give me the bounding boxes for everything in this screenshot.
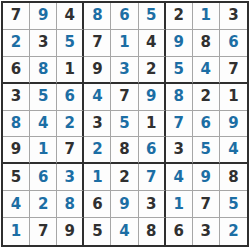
given-digit: 5 <box>11 170 21 185</box>
sudoku-cell-r8c3[interactable]: 8 <box>57 191 84 218</box>
filled-digit: 1 <box>92 170 102 185</box>
given-digit: 5 <box>92 224 102 239</box>
sudoku-cell-r8c1[interactable]: 4 <box>3 191 30 218</box>
sudoku-cell-r2c9[interactable]: 6 <box>220 30 247 57</box>
given-digit: 3 <box>228 8 238 23</box>
sudoku-cell-r4c1[interactable]: 3 <box>3 84 30 111</box>
given-digit: 7 <box>11 8 21 23</box>
sudoku-cell-r8c9[interactable]: 5 <box>220 191 247 218</box>
sudoku-cell-r5c8[interactable]: 6 <box>193 111 220 138</box>
filled-digit: 4 <box>228 142 238 157</box>
filled-digit: 9 <box>201 170 211 185</box>
sudoku-cell-r7c5[interactable]: 2 <box>111 164 138 191</box>
sudoku-cell-r3c2[interactable]: 8 <box>30 57 57 84</box>
sudoku-cell-r2c1[interactable]: 2 <box>3 30 30 57</box>
sudoku-cell-r6c7[interactable]: 3 <box>166 137 193 164</box>
given-digit: 9 <box>92 62 102 77</box>
filled-digit: 4 <box>11 197 21 212</box>
filled-digit: 4 <box>201 62 211 77</box>
filled-digit: 6 <box>65 89 75 104</box>
sudoku-board-wrapper: 7948652132357149866819325473564798218423… <box>0 0 250 248</box>
given-digit: 7 <box>201 197 211 212</box>
given-digit: 7 <box>92 35 102 50</box>
given-digit: 1 <box>228 89 238 104</box>
filled-digit: 8 <box>65 197 75 212</box>
filled-digit: 8 <box>92 8 102 23</box>
sudoku-cell-r8c7[interactable]: 1 <box>166 191 193 218</box>
given-digit: 9 <box>11 142 21 157</box>
sudoku-cell-r8c4[interactable]: 6 <box>84 191 111 218</box>
given-digit: 8 <box>201 35 211 50</box>
sudoku-cell-r2c6[interactable]: 4 <box>139 30 166 57</box>
sudoku-cell-r9c4[interactable]: 5 <box>84 218 111 245</box>
sudoku-cell-r8c2[interactable]: 2 <box>30 191 57 218</box>
given-digit: 6 <box>173 224 183 239</box>
sudoku-cell-r5c6[interactable]: 1 <box>139 111 166 138</box>
sudoku-cell-r3c3[interactable]: 1 <box>57 57 84 84</box>
filled-digit: 9 <box>38 8 48 23</box>
sudoku-cell-r9c5[interactable]: 4 <box>111 218 138 245</box>
sudoku-cell-r7c8[interactable]: 9 <box>193 164 220 191</box>
sudoku-board: 7948652132357149866819325473564798218423… <box>1 1 249 247</box>
sudoku-cell-r4c5[interactable]: 7 <box>111 84 138 111</box>
sudoku-cell-r6c8[interactable]: 5 <box>193 137 220 164</box>
sudoku-cell-r9c2[interactable]: 7 <box>30 218 57 245</box>
given-digit: 8 <box>119 142 129 157</box>
sudoku-cell-r5c7[interactable]: 7 <box>166 111 193 138</box>
filled-digit: 1 <box>11 224 21 239</box>
filled-digit: 7 <box>146 170 156 185</box>
filled-digit: 2 <box>38 197 48 212</box>
sudoku-cell-r6c6[interactable]: 6 <box>139 137 166 164</box>
sudoku-cell-r7c2[interactable]: 6 <box>30 164 57 191</box>
given-digit: 2 <box>173 8 183 23</box>
sudoku-cell-r2c3[interactable]: 5 <box>57 30 84 57</box>
given-digit: 9 <box>65 224 75 239</box>
sudoku-cell-r3c4[interactable]: 9 <box>84 57 111 84</box>
sudoku-cell-r6c2[interactable]: 1 <box>30 137 57 164</box>
sudoku-cell-r6c4[interactable]: 2 <box>84 137 111 164</box>
sudoku-cell-r4c8[interactable]: 2 <box>193 84 220 111</box>
sudoku-cell-r2c4[interactable]: 7 <box>84 30 111 57</box>
filled-digit: 8 <box>38 62 48 77</box>
filled-digit: 2 <box>11 35 21 50</box>
filled-digit: 2 <box>228 224 238 239</box>
given-digit: 3 <box>201 224 211 239</box>
filled-digit: 5 <box>146 8 156 23</box>
sudoku-cell-r9c7[interactable]: 6 <box>166 218 193 245</box>
sudoku-cell-r9c8[interactable]: 3 <box>193 218 220 245</box>
given-digit: 2 <box>201 89 211 104</box>
given-digit: 6 <box>11 62 21 77</box>
given-digit: 6 <box>92 197 102 212</box>
sudoku-cell-r1c6[interactable]: 5 <box>139 3 166 30</box>
sudoku-cell-r6c9[interactable]: 4 <box>220 137 247 164</box>
sudoku-cell-r3c7[interactable]: 5 <box>166 57 193 84</box>
sudoku-cell-r5c5[interactable]: 5 <box>111 111 138 138</box>
sudoku-cell-r4c7[interactable]: 8 <box>166 84 193 111</box>
given-digit: 3 <box>38 35 48 50</box>
sudoku-cell-r3c9[interactable]: 7 <box>220 57 247 84</box>
filled-digit: 2 <box>65 116 75 131</box>
given-digit: 7 <box>38 224 48 239</box>
sudoku-cell-r9c1[interactable]: 1 <box>3 218 30 245</box>
given-digit: 3 <box>92 116 102 131</box>
sudoku-cell-r9c3[interactable]: 9 <box>57 218 84 245</box>
sudoku-cell-r1c4[interactable]: 8 <box>84 3 111 30</box>
filled-digit: 5 <box>228 197 238 212</box>
sudoku-cell-r4c4[interactable]: 4 <box>84 84 111 111</box>
sudoku-cell-r1c3[interactable]: 4 <box>57 3 84 30</box>
sudoku-cell-r2c2[interactable]: 3 <box>30 30 57 57</box>
given-digit: 7 <box>119 89 129 104</box>
filled-digit: 9 <box>146 89 156 104</box>
sudoku-cell-r5c4[interactable]: 3 <box>84 111 111 138</box>
filled-digit: 6 <box>119 8 129 23</box>
filled-digit: 1 <box>201 8 211 23</box>
filled-digit: 4 <box>173 170 183 185</box>
filled-digit: 6 <box>228 35 238 50</box>
sudoku-cell-r7c3[interactable]: 3 <box>57 164 84 191</box>
sudoku-cell-r5c9[interactable]: 9 <box>220 111 247 138</box>
filled-digit: 9 <box>228 116 238 131</box>
sudoku-cell-r8c8[interactable]: 7 <box>193 191 220 218</box>
sudoku-cell-r7c6[interactable]: 7 <box>139 164 166 191</box>
sudoku-cell-r6c3[interactable]: 7 <box>57 137 84 164</box>
sudoku-cell-r1c2[interactable]: 9 <box>30 3 57 30</box>
filled-digit: 8 <box>11 116 21 131</box>
given-digit: 3 <box>11 89 21 104</box>
given-digit: 7 <box>228 62 238 77</box>
sudoku-cell-r1c9[interactable]: 3 <box>220 3 247 30</box>
filled-digit: 3 <box>119 62 129 77</box>
sudoku-cell-r4c6[interactable]: 9 <box>139 84 166 111</box>
sudoku-cell-r7c7[interactable]: 4 <box>166 164 193 191</box>
filled-digit: 6 <box>201 116 211 131</box>
given-digit: 1 <box>146 116 156 131</box>
sudoku-cell-r4c9[interactable]: 1 <box>220 84 247 111</box>
filled-digit: 5 <box>38 89 48 104</box>
filled-digit: 6 <box>146 142 156 157</box>
filled-digit: 1 <box>38 142 48 157</box>
sudoku-cell-r1c5[interactable]: 6 <box>111 3 138 30</box>
sudoku-cell-r7c4[interactable]: 1 <box>84 164 111 191</box>
sudoku-cell-r3c6[interactable]: 2 <box>139 57 166 84</box>
sudoku-cell-r9c6[interactable]: 8 <box>139 218 166 245</box>
filled-digit: 1 <box>119 35 129 50</box>
sudoku-cell-r1c7[interactable]: 2 <box>166 3 193 30</box>
sudoku-cell-r6c1[interactable]: 9 <box>3 137 30 164</box>
sudoku-cell-r9c9[interactable]: 2 <box>220 218 247 245</box>
filled-digit: 4 <box>119 224 129 239</box>
given-digit: 3 <box>173 142 183 157</box>
filled-digit: 9 <box>173 35 183 50</box>
sudoku-cell-r1c1[interactable]: 7 <box>3 3 30 30</box>
sudoku-cell-r3c1[interactable]: 6 <box>3 57 30 84</box>
given-digit: 1 <box>65 62 75 77</box>
sudoku-cell-r2c7[interactable]: 9 <box>166 30 193 57</box>
given-digit: 2 <box>119 170 129 185</box>
sudoku-cell-r8c5[interactable]: 9 <box>111 191 138 218</box>
filled-digit: 5 <box>173 62 183 77</box>
filled-digit: 5 <box>119 116 129 131</box>
sudoku-cell-r6c5[interactable]: 8 <box>111 137 138 164</box>
given-digit: 8 <box>228 170 238 185</box>
filled-digit: 1 <box>173 197 183 212</box>
sudoku-cell-r3c8[interactable]: 4 <box>193 57 220 84</box>
sudoku-cell-r5c1[interactable]: 8 <box>3 111 30 138</box>
sudoku-cell-r5c3[interactable]: 2 <box>57 111 84 138</box>
given-digit: 3 <box>146 197 156 212</box>
filled-digit: 8 <box>173 89 183 104</box>
sudoku-cell-r3c5[interactable]: 3 <box>111 57 138 84</box>
filled-digit: 4 <box>38 116 48 131</box>
sudoku-cell-r1c8[interactable]: 1 <box>193 3 220 30</box>
filled-digit: 5 <box>201 142 211 157</box>
given-digit: 8 <box>146 224 156 239</box>
given-digit: 2 <box>146 62 156 77</box>
given-digit: 7 <box>65 142 75 157</box>
sudoku-cell-r7c9[interactable]: 8 <box>220 164 247 191</box>
filled-digit: 9 <box>119 197 129 212</box>
sudoku-cell-r4c2[interactable]: 5 <box>30 84 57 111</box>
sudoku-cell-r8c6[interactable]: 3 <box>139 191 166 218</box>
given-digit: 4 <box>146 35 156 50</box>
filled-digit: 6 <box>38 170 48 185</box>
sudoku-cell-r5c2[interactable]: 4 <box>30 111 57 138</box>
sudoku-cell-r7c1[interactable]: 5 <box>3 164 30 191</box>
sudoku-cell-r4c3[interactable]: 6 <box>57 84 84 111</box>
filled-digit: 4 <box>92 89 102 104</box>
filled-digit: 5 <box>65 35 75 50</box>
filled-digit: 2 <box>92 142 102 157</box>
filled-digit: 3 <box>65 170 75 185</box>
sudoku-cell-r2c8[interactable]: 8 <box>193 30 220 57</box>
filled-digit: 7 <box>173 116 183 131</box>
sudoku-cell-r2c5[interactable]: 1 <box>111 30 138 57</box>
given-digit: 4 <box>65 8 75 23</box>
